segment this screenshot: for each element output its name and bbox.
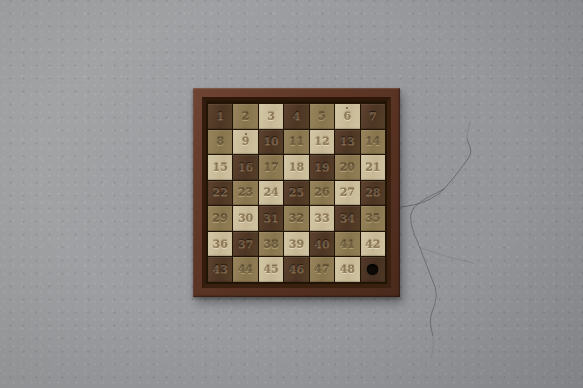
- tile-43[interactable]: 43: [208, 257, 232, 282]
- tile-46[interactable]: 46: [284, 257, 308, 282]
- tile-31[interactable]: 31: [259, 206, 283, 231]
- tile-number: 33: [314, 213, 329, 224]
- tile-number: 20: [340, 162, 355, 173]
- tile-number: 42: [365, 239, 380, 250]
- tile-33[interactable]: 33: [310, 206, 334, 231]
- tile-9[interactable]: 9: [233, 130, 257, 155]
- tile-number: 7: [369, 111, 377, 122]
- tile-number: 10: [263, 136, 278, 147]
- tile-45[interactable]: 45: [259, 257, 283, 282]
- tile-4[interactable]: 4: [284, 104, 308, 129]
- tile-number: 14: [365, 136, 380, 147]
- tile-number: 5: [318, 111, 326, 122]
- tile-number: 44: [238, 264, 253, 275]
- tile-number: 38: [263, 239, 278, 250]
- tile-23[interactable]: 23: [233, 181, 257, 206]
- tile-38[interactable]: 38: [259, 232, 283, 257]
- tile-21[interactable]: 21: [361, 155, 385, 180]
- tile-number: 31: [263, 213, 278, 224]
- tile-number: 29: [213, 213, 228, 224]
- tile-number: 2: [242, 111, 250, 122]
- tile-2[interactable]: 2: [233, 104, 257, 129]
- tile-number: 40: [314, 239, 329, 250]
- finger-hole[interactable]: [367, 264, 378, 275]
- tile-grid: 1234567891011121314151617181920212223242…: [208, 104, 385, 282]
- tile-34[interactable]: 34: [335, 206, 359, 231]
- frame-inner-lip: 1234567891011121314151617181920212223242…: [202, 97, 391, 288]
- tile-17[interactable]: 17: [259, 155, 283, 180]
- tile-number: 43: [213, 264, 228, 275]
- tile-number: 15: [213, 162, 228, 173]
- tile-11[interactable]: 11: [284, 130, 308, 155]
- tile-24[interactable]: 24: [259, 181, 283, 206]
- tile-number: 22: [213, 187, 228, 198]
- tile-number: 37: [238, 239, 253, 250]
- puzzle-tray: 1234567891011121314151617181920212223242…: [206, 101, 387, 284]
- tile-35[interactable]: 35: [361, 206, 385, 231]
- tile-number: 48: [340, 264, 355, 275]
- tile-5[interactable]: 5: [310, 104, 334, 129]
- tile-number: 46: [289, 264, 304, 275]
- tile-number: 36: [213, 239, 228, 250]
- tile-number: 47: [314, 264, 329, 275]
- tile-number: 45: [263, 264, 278, 275]
- tile-number: 12: [314, 136, 329, 147]
- concrete-background: 1234567891011121314151617181920212223242…: [0, 0, 583, 388]
- tile-39[interactable]: 39: [284, 232, 308, 257]
- tile-10[interactable]: 10: [259, 130, 283, 155]
- tile-number: 39: [289, 239, 304, 250]
- tile-number: 41: [340, 239, 355, 250]
- tile-number: 26: [314, 187, 329, 198]
- tile-7[interactable]: 7: [361, 104, 385, 129]
- tile-27[interactable]: 27: [335, 181, 359, 206]
- tile-number: 35: [365, 213, 380, 224]
- tile-25[interactable]: 25: [284, 181, 308, 206]
- tile-40[interactable]: 40: [310, 232, 334, 257]
- tile-number: 1: [216, 111, 224, 122]
- tile-number: 8: [216, 136, 224, 147]
- tile-number: 32: [289, 213, 304, 224]
- tile-number: 25: [289, 187, 304, 198]
- empty-slot: [361, 257, 385, 282]
- tile-30[interactable]: 30: [233, 206, 257, 231]
- tile-number: 11: [289, 136, 304, 147]
- tile-8[interactable]: 8: [208, 130, 232, 155]
- tile-number: 6: [344, 111, 352, 122]
- tile-42[interactable]: 42: [361, 232, 385, 257]
- tile-number: 27: [340, 187, 355, 198]
- tile-32[interactable]: 32: [284, 206, 308, 231]
- tile-15[interactable]: 15: [208, 155, 232, 180]
- tile-1[interactable]: 1: [208, 104, 232, 129]
- tile-29[interactable]: 29: [208, 206, 232, 231]
- tile-19[interactable]: 19: [310, 155, 334, 180]
- tile-37[interactable]: 37: [233, 232, 257, 257]
- tile-47[interactable]: 47: [310, 257, 334, 282]
- tile-number: 16: [238, 162, 253, 173]
- orientation-dot: [346, 107, 348, 109]
- tile-18[interactable]: 18: [284, 155, 308, 180]
- tile-number: 18: [289, 162, 304, 173]
- tile-12[interactable]: 12: [310, 130, 334, 155]
- tile-number: 28: [365, 187, 380, 198]
- tile-number: 3: [267, 111, 275, 122]
- tile-6[interactable]: 6: [335, 104, 359, 129]
- tile-number: 34: [340, 213, 355, 224]
- tile-3[interactable]: 3: [259, 104, 283, 129]
- tile-26[interactable]: 26: [310, 181, 334, 206]
- tile-41[interactable]: 41: [335, 232, 359, 257]
- tile-20[interactable]: 20: [335, 155, 359, 180]
- tile-number: 21: [365, 162, 380, 173]
- tile-number: 9: [242, 136, 250, 147]
- tile-number: 13: [340, 136, 355, 147]
- tile-13[interactable]: 13: [335, 130, 359, 155]
- tile-number: 30: [238, 213, 253, 224]
- orientation-dot: [245, 133, 247, 135]
- tile-16[interactable]: 16: [233, 155, 257, 180]
- tile-number: 19: [314, 162, 329, 173]
- tile-28[interactable]: 28: [361, 181, 385, 206]
- tile-number: 17: [263, 162, 278, 173]
- puzzle-frame: 1234567891011121314151617181920212223242…: [193, 88, 400, 297]
- tile-44[interactable]: 44: [233, 257, 257, 282]
- tile-48[interactable]: 48: [335, 257, 359, 282]
- tile-number: 4: [293, 111, 301, 122]
- tile-number: 24: [263, 187, 278, 198]
- tile-number: 23: [238, 187, 253, 198]
- tile-14[interactable]: 14: [361, 130, 385, 155]
- tile-36[interactable]: 36: [208, 232, 232, 257]
- tile-22[interactable]: 22: [208, 181, 232, 206]
